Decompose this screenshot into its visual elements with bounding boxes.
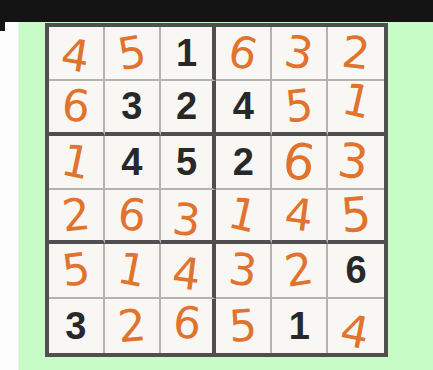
handwritten-digit: 5 <box>339 190 373 240</box>
given-digit: 3 <box>65 307 86 345</box>
cell-r4c6[interactable]: 5 <box>328 190 384 244</box>
cell-r3c5[interactable]: 6 <box>272 136 328 190</box>
handwritten-digit: 3 <box>335 136 371 187</box>
handwritten-digit: 1 <box>225 191 262 240</box>
given-digit: 2 <box>233 143 254 181</box>
handwritten-digit: 5 <box>59 247 92 294</box>
given-digit: 4 <box>121 143 142 181</box>
handwritten-digit: 4 <box>58 32 93 80</box>
page: 451632632451145263263145514326326514 <box>0 0 433 370</box>
cell-r5c5[interactable]: 2 <box>272 244 328 298</box>
cell-r3c4[interactable]: 2 <box>216 136 272 190</box>
handwritten-digit: 1 <box>58 137 95 186</box>
cell-r1c3[interactable]: 1 <box>161 27 217 81</box>
handwritten-digit: 3 <box>227 247 260 294</box>
handwritten-digit: 2 <box>116 303 148 349</box>
cell-r2c3[interactable]: 2 <box>161 81 217 135</box>
handwritten-digit: 1 <box>339 77 376 126</box>
cell-r2c5[interactable]: 5 <box>272 81 328 135</box>
given-digit: 3 <box>121 87 142 125</box>
handwritten-digit: 3 <box>282 29 317 77</box>
cell-r2c2[interactable]: 3 <box>105 81 161 135</box>
given-digit: 1 <box>176 34 197 72</box>
handwritten-digit: 2 <box>340 30 372 77</box>
handwritten-digit: 6 <box>280 135 319 190</box>
handwritten-digit: 4 <box>337 307 373 356</box>
cell-r4c2[interactable]: 6 <box>105 190 161 244</box>
cell-r5c4[interactable]: 3 <box>216 244 272 298</box>
handwritten-digit: 4 <box>283 192 316 239</box>
handwritten-digit: 6 <box>171 299 203 346</box>
cell-r3c1[interactable]: 1 <box>49 136 105 190</box>
cell-r2c6[interactable]: 1 <box>328 81 384 135</box>
left-margin-strip <box>0 22 19 370</box>
cell-r4c5[interactable]: 4 <box>272 190 328 244</box>
cell-r6c2[interactable]: 2 <box>105 299 161 353</box>
sudoku-board: 451632632451145263263145514326326514 <box>45 23 388 357</box>
cell-r2c1[interactable]: 6 <box>49 81 105 135</box>
handwritten-digit: 1 <box>114 246 150 295</box>
handwritten-digit: 6 <box>224 28 262 77</box>
cell-r4c4[interactable]: 1 <box>216 190 272 244</box>
cell-r1c5[interactable]: 3 <box>272 27 328 81</box>
cell-r3c3[interactable]: 5 <box>161 136 217 190</box>
cell-r4c1[interactable]: 2 <box>49 190 105 244</box>
cell-r1c6[interactable]: 2 <box>328 27 384 81</box>
given-digit: 6 <box>346 251 367 289</box>
cell-r5c1[interactable]: 5 <box>49 244 105 298</box>
top-bar <box>0 0 433 22</box>
given-digit: 1 <box>289 307 310 345</box>
handwritten-digit: 4 <box>169 251 202 298</box>
cell-r3c2[interactable]: 4 <box>105 136 161 190</box>
cell-r6c3[interactable]: 6 <box>161 299 217 353</box>
cell-r1c1[interactable]: 4 <box>49 27 105 81</box>
cell-r6c4[interactable]: 5 <box>216 299 272 353</box>
given-digit: 4 <box>233 87 254 125</box>
handwritten-digit: 2 <box>282 247 317 295</box>
cell-r1c2[interactable]: 5 <box>105 27 161 81</box>
cell-r4c3[interactable]: 3 <box>161 190 217 244</box>
handwritten-digit: 2 <box>60 192 92 239</box>
handwritten-digit: 3 <box>170 197 202 244</box>
cell-r5c6[interactable]: 6 <box>328 244 384 298</box>
cell-r6c6[interactable]: 4 <box>328 299 384 353</box>
top-left-notch <box>0 22 5 31</box>
cell-r3c6[interactable]: 3 <box>328 136 384 190</box>
cell-r6c1[interactable]: 3 <box>49 299 105 353</box>
cell-r5c3[interactable]: 4 <box>161 244 217 298</box>
cell-r2c4[interactable]: 4 <box>216 81 272 135</box>
handwritten-digit: 6 <box>60 83 92 130</box>
cell-r1c4[interactable]: 6 <box>216 27 272 81</box>
handwritten-digit: 6 <box>115 192 148 239</box>
cell-r6c5[interactable]: 1 <box>272 299 328 353</box>
cell-r5c2[interactable]: 1 <box>105 244 161 298</box>
given-digit: 2 <box>176 87 197 125</box>
handwritten-digit: 5 <box>283 83 315 130</box>
handwritten-digit: 5 <box>114 29 149 77</box>
handwritten-digit: 5 <box>228 303 259 349</box>
given-digit: 5 <box>176 143 197 181</box>
